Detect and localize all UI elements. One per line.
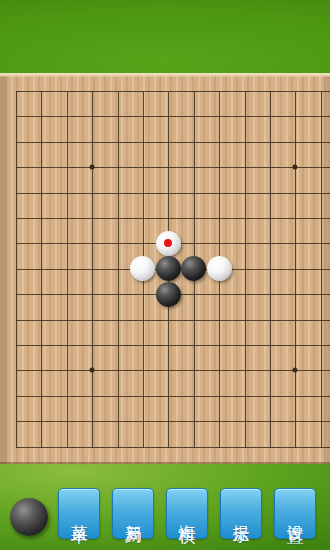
gomoku-board[interactable]: [0, 73, 330, 464]
white-stone: [130, 256, 155, 281]
stone-layer: [3, 78, 330, 459]
turn-indicator-stone: [10, 498, 48, 536]
menu-button[interactable]: 菜单: [58, 488, 100, 539]
white-stone: [156, 231, 181, 256]
board-top-edge: [0, 73, 330, 77]
last-move-marker: [164, 239, 172, 247]
black-stone: [156, 282, 181, 307]
undo-button-label: 悔棋: [179, 511, 196, 517]
toolbar: 菜单新局悔棋提示设置: [58, 488, 316, 539]
hint-button[interactable]: 提示: [220, 488, 262, 539]
new-game-button[interactable]: 新局: [112, 488, 154, 539]
black-stone: [156, 256, 181, 281]
undo-button[interactable]: 悔棋: [166, 488, 208, 539]
settings-button-label: 设置: [287, 511, 304, 517]
top-background: [0, 0, 330, 73]
gomoku-app-screen: 菜单新局悔棋提示设置: [0, 0, 330, 550]
settings-button[interactable]: 设置: [274, 488, 316, 539]
white-stone: [207, 256, 232, 281]
black-stone: [181, 256, 206, 281]
hint-button-label: 提示: [233, 511, 250, 517]
menu-button-label: 菜单: [71, 511, 88, 517]
new-game-button-label: 新局: [125, 511, 142, 517]
